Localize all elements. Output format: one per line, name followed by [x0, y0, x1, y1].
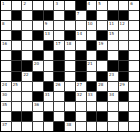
clue-number: 28 [98, 82, 103, 87]
cell-r8c6[interactable] [65, 82, 75, 91]
clue-number: 2 [23, 1, 26, 6]
cell-r10c7[interactable] [76, 102, 86, 111]
cell-r3c12[interactable] [129, 31, 139, 40]
clue-number: 38 [66, 122, 71, 127]
cell-r12c4[interactable] [44, 122, 54, 131]
cell-r3c2[interactable] [22, 31, 32, 40]
cell-r4c11[interactable] [119, 41, 129, 50]
cell-r0c11[interactable] [119, 1, 129, 10]
clue-number: 3 [55, 1, 58, 6]
cell-r1c7[interactable]: 7 [76, 11, 86, 20]
cell-r8c10[interactable] [108, 82, 118, 91]
cell-r9c6 [65, 92, 75, 101]
clue-number: 14 [77, 31, 82, 36]
cell-r6c5 [54, 61, 64, 70]
cell-r11c5[interactable] [54, 112, 64, 121]
cell-r8c8 [87, 82, 97, 91]
cell-r11c6 [65, 112, 75, 121]
cell-r7c10[interactable]: 23 [108, 72, 118, 81]
cell-r2c10[interactable]: 11 [108, 21, 118, 30]
cell-r11c0[interactable] [1, 112, 11, 121]
clue-number: 13 [45, 31, 50, 36]
clue-number: 35 [2, 102, 7, 107]
clue-number: 9 [45, 21, 48, 26]
cell-r3c7[interactable]: 14 [76, 31, 86, 40]
cell-r4c4 [44, 41, 54, 50]
cell-r10c0[interactable]: 35 [1, 102, 11, 111]
clue-number: 22 [23, 72, 28, 77]
cell-r1c5[interactable] [54, 11, 64, 20]
cell-r7c5 [54, 72, 64, 81]
cell-r2c5[interactable] [54, 21, 64, 30]
cell-r8c3[interactable] [33, 82, 43, 91]
clue-number: 17 [55, 41, 60, 46]
clue-number: 36 [34, 102, 39, 107]
cell-r2c7[interactable] [76, 21, 86, 30]
clue-number: 8 [2, 21, 5, 26]
cell-r3c11[interactable] [119, 31, 129, 40]
cell-r4c9[interactable]: 19 [97, 41, 107, 50]
cell-r2c8[interactable]: 10 [87, 21, 97, 30]
cell-r2c3[interactable] [33, 21, 43, 30]
cell-r0c10[interactable] [108, 1, 118, 10]
cell-r4c12[interactable] [129, 41, 139, 50]
cell-r8c1[interactable]: 25 [12, 82, 22, 91]
cell-r9c3 [33, 92, 43, 101]
cell-r10c10[interactable] [108, 102, 118, 111]
cell-r2c1[interactable] [12, 21, 22, 30]
cell-r8c2[interactable] [22, 82, 32, 91]
cell-r1c1 [12, 11, 22, 20]
cell-r12c10[interactable] [108, 122, 118, 131]
cell-r0c9[interactable]: 5 [97, 1, 107, 10]
clue-number: 25 [13, 82, 18, 87]
cell-r1c4 [44, 11, 54, 20]
cell-r1c10 [108, 11, 118, 20]
cell-r10c11[interactable] [119, 102, 129, 111]
clue-number: 18 [66, 41, 71, 46]
cell-r8c7[interactable]: 27 [76, 82, 86, 91]
cell-r0c1[interactable] [12, 1, 22, 10]
cell-r6c7 [76, 61, 86, 70]
clue-number: 26 [55, 82, 60, 87]
cell-r3c5[interactable] [54, 31, 64, 40]
cell-r3c9 [97, 31, 107, 40]
cell-r11c3[interactable] [33, 112, 43, 121]
cell-r12c9[interactable] [97, 122, 107, 131]
cell-r4c5[interactable]: 17 [54, 41, 64, 50]
clue-number: 21 [88, 61, 93, 66]
cell-r6c11 [119, 61, 129, 70]
cell-r3c1 [12, 31, 22, 40]
cell-r12c7[interactable] [76, 122, 86, 131]
cell-r7c4[interactable] [44, 72, 54, 81]
cell-r6c4[interactable] [44, 61, 54, 70]
clue-number: 12 [120, 21, 125, 26]
cell-r12c0[interactable]: 37 [1, 122, 11, 131]
cell-r6c3[interactable]: 20 [33, 61, 43, 70]
cell-r11c4 [44, 112, 54, 121]
cell-r2c0[interactable]: 8 [1, 21, 11, 30]
cell-r2c9[interactable] [97, 21, 107, 30]
cell-r7c9 [97, 72, 107, 81]
cell-r1c11 [119, 11, 129, 20]
cell-r10c12[interactable] [129, 102, 139, 111]
clue-number: 34 [109, 92, 114, 97]
cell-r7c8[interactable] [87, 72, 97, 81]
cell-r6c9[interactable] [97, 61, 107, 70]
cell-r11c1 [12, 112, 22, 121]
cell-r5c9 [97, 51, 107, 60]
cell-r7c3 [33, 72, 43, 81]
clue-number: 6 [130, 1, 133, 6]
cell-r9c4[interactable]: 31 [44, 92, 54, 101]
cell-r0c12[interactable]: 6 [129, 1, 139, 10]
cell-r5c1 [12, 51, 22, 60]
clue-number: 7 [77, 11, 80, 16]
cell-r7c0[interactable] [1, 72, 11, 81]
cell-r6c12[interactable] [129, 61, 139, 70]
cell-r11c2 [22, 112, 32, 121]
cell-r7c2[interactable]: 22 [22, 72, 32, 81]
cell-r8c9[interactable]: 28 [97, 82, 107, 91]
cell-r1c0[interactable] [1, 11, 11, 20]
clue-number: 37 [2, 122, 7, 127]
clue-number: 10 [88, 21, 93, 26]
cell-r0c4[interactable] [44, 1, 54, 10]
clue-number: 1 [2, 1, 5, 6]
cell-r12c8[interactable] [87, 122, 97, 131]
cell-r4c3[interactable] [33, 41, 43, 50]
cell-r2c11[interactable]: 12 [119, 21, 129, 30]
clue-number: 11 [109, 21, 114, 26]
cell-r2c6[interactable] [65, 21, 75, 30]
cell-r3c10[interactable]: 15 [108, 31, 118, 40]
cell-r10c5[interactable] [54, 102, 64, 111]
cell-r0c2[interactable]: 2 [22, 1, 32, 10]
clue-number: 32 [77, 92, 82, 97]
cell-r8c4 [44, 82, 54, 91]
cell-r12c11[interactable] [119, 122, 129, 131]
clue-number: 5 [98, 1, 101, 6]
cell-r7c7 [76, 72, 86, 81]
cell-r5c7 [76, 51, 86, 60]
cell-r12c5 [54, 122, 64, 131]
cell-r2c12[interactable] [129, 21, 139, 30]
cell-r1c2[interactable] [22, 11, 32, 20]
cell-r10c9[interactable] [97, 102, 107, 111]
cell-r5c5 [54, 51, 64, 60]
cell-r7c1 [12, 72, 22, 81]
cell-r8c5[interactable]: 26 [54, 82, 64, 91]
cell-r6c1 [12, 61, 22, 70]
cell-r5c3 [33, 51, 43, 60]
cell-r3c8[interactable] [87, 31, 97, 40]
clue-number: 19 [98, 41, 103, 46]
clue-number: 27 [77, 82, 82, 87]
cell-r0c8[interactable]: 4 [87, 1, 97, 10]
cell-r4c1[interactable] [12, 41, 22, 50]
cell-r9c8[interactable]: 33 [87, 92, 97, 101]
cell-r0c0[interactable]: 1 [1, 1, 11, 10]
clue-number: 15 [109, 31, 114, 36]
cell-r8c12[interactable] [129, 82, 139, 91]
cell-r10c2[interactable] [22, 102, 32, 111]
cell-r1c6 [65, 11, 75, 20]
cell-r10c3[interactable]: 36 [33, 102, 43, 111]
clue-number: 16 [2, 41, 7, 46]
cell-r8c0[interactable]: 24 [1, 82, 11, 91]
cell-r5c11 [119, 51, 129, 60]
cell-r4c2[interactable] [22, 41, 32, 50]
cell-r4c7[interactable] [76, 41, 86, 50]
cell-r1c3 [33, 11, 43, 20]
cell-r5c0[interactable] [1, 51, 11, 60]
cell-r9c11 [119, 92, 129, 101]
clue-number: 24 [2, 82, 7, 87]
cell-r9c12[interactable] [129, 92, 139, 101]
cell-r10c4[interactable] [44, 102, 54, 111]
cell-r12c12[interactable] [129, 122, 139, 131]
cell-r4c10[interactable] [108, 41, 118, 50]
cell-r11c11 [119, 112, 129, 121]
cell-r9c0[interactable]: 30 [1, 92, 11, 101]
cell-r4c6[interactable]: 18 [65, 41, 75, 50]
cell-r11c10[interactable] [108, 112, 118, 121]
cell-r6c6[interactable] [65, 61, 75, 70]
cell-r10c6[interactable] [65, 102, 75, 111]
cell-r5c2[interactable] [22, 51, 32, 60]
cell-r9c9 [97, 92, 107, 101]
cell-r1c8 [87, 11, 97, 20]
clue-number: 23 [109, 72, 114, 77]
clue-number: 29 [120, 82, 125, 87]
cell-r9c5[interactable] [54, 92, 64, 101]
cell-r0c3[interactable] [33, 1, 43, 10]
cell-r1c9[interactable] [97, 11, 107, 20]
cell-r5c8[interactable] [87, 51, 97, 60]
cell-r11c9 [97, 112, 107, 121]
cell-r9c7[interactable]: 32 [76, 92, 86, 101]
cell-r3c3 [33, 31, 43, 40]
cell-r12c3[interactable] [33, 122, 43, 131]
cell-r6c8[interactable]: 21 [87, 61, 97, 70]
cell-r5c10[interactable] [108, 51, 118, 60]
cell-r6c2 [22, 61, 32, 70]
cell-r3c6 [65, 31, 75, 40]
cell-r8c11[interactable]: 29 [119, 82, 129, 91]
clue-number: 30 [2, 92, 7, 97]
cell-r0c5[interactable]: 3 [54, 1, 64, 10]
cell-r5c4[interactable] [44, 51, 54, 60]
cell-r10c1[interactable] [12, 102, 22, 111]
cell-r0c7 [76, 1, 86, 10]
clue-number: 20 [34, 61, 39, 66]
cell-r12c2[interactable] [22, 122, 32, 131]
cell-r6c10 [108, 61, 118, 70]
crossword-grid: 1234567891011121314151617181920212223242… [0, 0, 140, 132]
cell-r9c10[interactable]: 34 [108, 92, 118, 101]
clue-number: 33 [88, 92, 93, 97]
clue-number: 4 [88, 1, 91, 6]
cell-r10c8[interactable] [87, 102, 97, 111]
cell-r11c12[interactable] [129, 112, 139, 121]
cell-r11c8 [87, 112, 97, 121]
cell-r7c11 [119, 72, 129, 81]
cell-r3c4[interactable]: 13 [44, 31, 54, 40]
cell-r5c6[interactable] [65, 51, 75, 60]
cell-r9c2[interactable] [22, 92, 32, 101]
cell-r6c0[interactable] [1, 61, 11, 70]
cell-r2c2[interactable] [22, 21, 32, 30]
cell-r2c4[interactable]: 9 [44, 21, 54, 30]
cell-r12c1[interactable] [12, 122, 22, 131]
cell-r7c6[interactable] [65, 72, 75, 81]
cell-r5c12[interactable] [129, 51, 139, 60]
cell-r4c0[interactable]: 16 [1, 41, 11, 50]
cell-r1c12[interactable] [129, 11, 139, 20]
cell-r11c7[interactable] [76, 112, 86, 121]
cell-r3c0[interactable] [1, 31, 11, 40]
cell-r9c1[interactable] [12, 92, 22, 101]
cell-r7c12[interactable] [129, 72, 139, 81]
cell-r12c6[interactable]: 38 [65, 122, 75, 131]
cell-r0c6[interactable] [65, 1, 75, 10]
clue-number: 31 [45, 92, 50, 97]
cell-r4c8 [87, 41, 97, 50]
